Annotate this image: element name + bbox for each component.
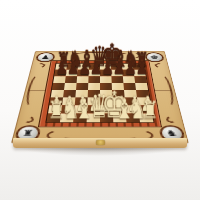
black-pawn[interactable]: ♟ <box>101 59 110 77</box>
white-rook[interactable]: ♜ <box>142 98 152 123</box>
square-h7[interactable]: ♟ <box>133 70 145 76</box>
chess-board: ♟ ♚ ♜ ♞ ♜♞♝♛♚♝♞♜♟♟♟♟♟♟♟♟♟♟♟♟♟♟♟♟♜♞♝♛♚♝♞♜ <box>11 51 189 144</box>
square-b6[interactable] <box>65 76 77 83</box>
white-knight[interactable]: ♞ <box>61 96 71 123</box>
white-queen[interactable]: ♛ <box>88 91 98 123</box>
scroll-ornament <box>153 63 164 69</box>
square-g1[interactable]: ♞ <box>126 113 140 122</box>
square-e7[interactable]: ♟ <box>100 70 111 76</box>
square-f1[interactable]: ♝ <box>113 113 127 122</box>
king-silhouette-icon: ♚ <box>150 55 160 60</box>
square-h1[interactable]: ♜ <box>139 113 153 122</box>
black-pawn[interactable]: ♟ <box>124 59 133 77</box>
white-bishop[interactable]: ♝ <box>75 95 85 123</box>
square-a1[interactable]: ♜ <box>47 113 61 122</box>
square-h6[interactable] <box>134 76 147 83</box>
square-d6[interactable] <box>88 76 100 83</box>
black-pawn[interactable]: ♟ <box>55 59 64 77</box>
scroll-ornament <box>35 63 46 69</box>
square-a6[interactable] <box>53 76 66 83</box>
scroll-ornament <box>165 115 177 123</box>
knight-silhouette-icon: ♞ <box>165 129 178 138</box>
square-a7[interactable]: ♟ <box>54 70 66 76</box>
black-pawn[interactable]: ♟ <box>90 59 99 77</box>
pawn-silhouette-icon: ♟ <box>41 55 51 60</box>
scroll-ornament <box>156 75 176 108</box>
square-d1[interactable]: ♛ <box>87 113 100 122</box>
square-b1[interactable]: ♞ <box>60 113 74 122</box>
white-rook[interactable]: ♜ <box>48 98 58 123</box>
black-pawn[interactable]: ♟ <box>113 59 122 77</box>
square-c6[interactable] <box>77 76 89 83</box>
square-d7[interactable]: ♟ <box>89 70 100 76</box>
scroll-ornament <box>23 115 35 123</box>
chess-grid: ♜♞♝♛♚♝♞♜♟♟♟♟♟♟♟♟♟♟♟♟♟♟♟♟♜♞♝♛♚♝♞♜ <box>45 63 154 123</box>
rook-silhouette-icon: ♜ <box>21 129 34 138</box>
board-edge <box>13 138 187 148</box>
square-e1[interactable]: ♚ <box>100 113 113 122</box>
clasp[interactable] <box>96 140 105 145</box>
scroll-ornament <box>24 75 44 108</box>
white-bishop[interactable]: ♝ <box>115 95 125 123</box>
white-knight[interactable]: ♞ <box>128 96 138 123</box>
scroll-ornament <box>69 52 131 59</box>
white-king[interactable]: ♚ <box>101 86 111 123</box>
square-c1[interactable]: ♝ <box>73 113 87 122</box>
black-pawn[interactable]: ♟ <box>136 59 145 77</box>
square-f7[interactable]: ♟ <box>111 70 123 76</box>
black-pawn[interactable]: ♟ <box>78 59 87 77</box>
square-c7[interactable]: ♟ <box>77 70 89 76</box>
scene: ♟ ♚ ♜ ♞ ♜♞♝♛♚♝♞♜♟♟♟♟♟♟♟♟♟♟♟♟♟♟♟♟♜♞♝♛♚♝♞♜ <box>0 0 200 200</box>
square-g7[interactable]: ♟ <box>122 70 134 76</box>
square-b7[interactable]: ♟ <box>66 70 78 76</box>
black-pawn[interactable]: ♟ <box>67 59 76 77</box>
